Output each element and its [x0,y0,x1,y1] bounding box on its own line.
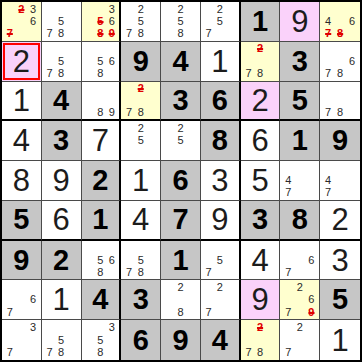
cell-r8c8[interactable]: 2679 [280,280,320,320]
solved-digit: 9 [291,6,308,37]
cell-r2c2[interactable]: 578 [42,42,82,82]
candidate-grid: 35689 [82,2,120,41]
candidate-digit: 5 [95,334,106,347]
cell-r6c1[interactable]: 5 [2,201,42,241]
solved-digit: 4 [132,204,149,235]
cell-r3c5[interactable]: 3 [161,82,201,122]
cell-r2c3[interactable]: 568 [82,42,122,82]
solved-digit: 6 [53,204,70,235]
cell-r3c1[interactable]: 1 [2,82,42,122]
given-digit: 6 [133,326,149,355]
candidate-digit: 8 [254,67,266,79]
eliminated-candidate: 2 [254,321,266,334]
candidate-grid: 28 [161,280,200,319]
candidate-digit: 3 [27,3,39,15]
candidate-digit: 2 [175,122,187,134]
cell-r8c9[interactable]: 5 [320,280,360,320]
cell-r2c5[interactable]: 4 [161,42,201,82]
cell-r1c9[interactable]: 4678 [320,2,360,42]
candidate-digit: 3 [27,321,39,334]
candidate-digit: 7 [282,187,294,199]
candidate-digit: 5 [135,254,147,266]
cell-r9c1[interactable]: 37 [2,320,42,360]
candidate-digit: 6 [306,294,318,306]
candidate-grid: 2679 [280,280,319,319]
given-digit: 1 [92,205,108,234]
cell-r5c1[interactable]: 8 [2,161,42,201]
candidate-grid: 678 [320,42,360,81]
solved-digit: 8 [13,165,30,196]
candidate-digit: 6 [106,55,117,67]
solved-digit: 4 [13,125,30,156]
candidate-digit: 7 [282,306,294,318]
candidate-grid: 578 [42,320,81,360]
candidate-digit: 7 [322,67,334,79]
candidate-digit: 8 [334,67,346,79]
candidate-digit: 6 [106,254,117,266]
cell-r8c2[interactable]: 1 [42,280,82,320]
candidate-digit: 7 [322,106,334,118]
cell-r9c2[interactable]: 578 [42,320,82,360]
cell-r1c1[interactable]: 2367 [2,2,42,42]
candidate-digit: 7 [203,28,214,40]
cell-r4c8[interactable]: 1 [280,121,320,161]
candidate-grid: 37 [2,320,41,360]
candidate-digit: 7 [322,187,334,199]
cell-r4c1[interactable]: 4 [2,121,42,161]
given-digit: 3 [172,86,188,115]
cell-r3c3[interactable]: 89 [82,82,122,122]
cell-r6c2[interactable]: 6 [42,201,82,241]
given-digit: 5 [13,205,29,234]
given-digit: 4 [212,326,228,355]
given-digit: 4 [53,86,69,115]
candidate-grid: 358 [82,320,120,360]
candidate-digit: 7 [123,266,135,278]
candidate-digit: 2 [175,3,187,15]
candidate-digit: 7 [123,106,135,118]
solved-digit: 2 [251,85,268,116]
candidate-digit: 7 [243,346,255,359]
candidate-digit: 2 [294,281,306,293]
eliminated-candidate: 9 [106,28,117,40]
eliminated-candidate: 5 [95,15,106,27]
candidate-digit: 5 [95,55,106,67]
candidate-digit: 6 [346,55,358,67]
candidate-grid: 278 [241,320,280,360]
given-digit: 2 [92,166,108,195]
eliminated-candidate: 7 [322,28,334,40]
given-digit: 6 [212,86,228,115]
cell-r7c1[interactable]: 9 [2,241,42,281]
given-digit: 5 [292,86,308,115]
candidate-digit: 7 [282,346,294,359]
candidate-grid: 258 [161,2,200,41]
cell-r5c4[interactable]: 1 [121,161,161,201]
cell-r4c7[interactable]: 6 [241,121,281,161]
candidate-grid: 278 [241,42,280,81]
cell-r7c6[interactable]: 57 [201,241,241,281]
candidate-grid: 278 [121,82,160,120]
cell-r7c7[interactable]: 4 [241,241,281,281]
cell-r1c3[interactable]: 35689 [82,2,122,42]
cell-r6c9[interactable]: 2 [320,201,360,241]
solved-digit: 9 [211,204,228,235]
candidate-grid: 47 [320,161,360,200]
cell-r3c8[interactable]: 5 [280,82,320,122]
cell-r7c2[interactable]: 2 [42,241,82,281]
given-digit: 3 [292,47,308,76]
given-digit: 1 [252,7,268,36]
candidate-grid: 578 [121,241,160,280]
solved-digit: 3 [211,165,228,196]
cell-r3c2[interactable]: 4 [42,82,82,122]
cell-r7c5[interactable]: 1 [161,241,201,281]
cell-r4c4[interactable]: 25 [121,121,161,161]
candidate-grid: 67 [280,241,319,280]
eliminated-candidate: 2 [254,43,266,55]
candidate-digit: 5 [175,15,187,27]
cell-r6c3[interactable]: 1 [82,201,122,241]
candidate-digit: 4 [322,174,334,186]
cell-r9c3[interactable]: 358 [82,320,122,360]
cell-r6c8[interactable]: 8 [280,201,320,241]
cell-r2c4[interactable]: 9 [121,42,161,82]
solved-digit: 1 [132,165,149,196]
candidate-grid: 27 [201,280,239,319]
candidate-digit: 5 [135,15,147,27]
candidate-digit: 8 [55,28,67,40]
given-digit: 4 [172,47,188,76]
cell-r6c6[interactable]: 9 [201,201,241,241]
candidate-digit: 5 [175,135,187,147]
eliminated-candidate: 8 [334,28,346,40]
candidate-digit: 8 [175,306,187,318]
candidate-digit: 2 [175,281,187,293]
cell-r9c6[interactable]: 4 [201,320,241,360]
candidate-digit: 5 [55,55,67,67]
candidate-digit: 2 [214,281,225,293]
cell-r5c7[interactable]: 5 [241,161,281,201]
cell-r5c3[interactable]: 2 [82,161,122,201]
solved-digit: 2 [13,46,30,77]
candidate-digit: 3 [106,321,117,334]
cell-r5c5[interactable]: 6 [161,161,201,201]
candidate-digit: 8 [95,67,106,79]
candidate-digit: 2 [294,321,306,334]
cell-r2c1[interactable]: 2 [2,42,42,82]
candidate-grid: 67 [2,280,41,319]
candidate-digit: 6 [106,15,117,27]
cell-r1c7[interactable]: 1 [241,2,281,42]
candidate-grid: 47 [280,161,319,200]
cell-r2c6[interactable]: 1 [201,42,241,82]
cell-r8c7[interactable]: 9 [241,280,281,320]
candidate-digit: 7 [243,67,255,79]
candidate-digit: 7 [4,306,16,318]
cell-r4c2[interactable]: 3 [42,121,82,161]
cell-r6c7[interactable]: 3 [241,201,281,241]
cell-r3c9[interactable]: 78 [320,82,360,122]
cell-r4c5[interactable]: 25 [161,121,201,161]
eliminated-candidate: 8 [95,28,106,40]
solved-digit: 1 [211,46,228,77]
candidate-digit: 8 [95,346,106,359]
candidate-digit: 8 [334,106,346,118]
candidate-grid: 27 [280,320,319,360]
candidate-grid: 257 [201,2,239,41]
given-digit: 9 [13,246,29,275]
solved-digit: 1 [331,325,348,356]
candidate-digit: 8 [135,28,147,40]
candidate-digit: 2 [135,3,147,15]
given-digit: 7 [172,205,188,234]
candidate-grid: 578 [42,2,81,41]
candidate-digit: 5 [55,334,67,347]
given-digit: 5 [332,285,348,314]
candidate-digit: 7 [282,266,294,278]
cell-r6c5[interactable]: 7 [161,201,201,241]
candidate-digit: 7 [203,266,214,278]
candidate-grid: 25 [121,121,160,160]
solved-digit: 7 [92,125,109,156]
eliminated-candidate: 2 [135,83,147,95]
cell-r8c6[interactable]: 27 [201,280,241,320]
candidate-digit: 8 [55,346,67,359]
solved-digit: 9 [251,284,268,315]
candidate-digit: 6 [306,254,318,266]
eliminated-candidate: 2 [16,3,28,15]
given-digit: 9 [133,47,149,76]
cell-r9c7[interactable]: 278 [241,320,281,360]
candidate-digit: 8 [55,67,67,79]
given-digit: 8 [212,126,228,155]
cell-r4c9[interactable]: 9 [320,121,360,161]
candidate-digit: 8 [95,106,106,118]
candidate-grid: 568 [82,42,120,81]
given-digit: 1 [292,126,308,155]
cell-r1c6[interactable]: 257 [201,2,241,42]
solved-digit: 1 [13,85,30,116]
cell-r7c4[interactable]: 578 [121,241,161,281]
candidate-digit: 5 [55,15,67,27]
sudoku-board: 2367578356892578258257194678257856894127… [0,0,362,362]
candidate-digit: 8 [254,346,266,359]
solved-digit: 5 [251,165,268,196]
cell-r4c6[interactable]: 8 [201,121,241,161]
candidate-digit: 2 [214,3,225,15]
cell-r1c4[interactable]: 2578 [121,2,161,42]
solved-digit: 3 [331,245,348,276]
cell-r1c2[interactable]: 578 [42,2,82,42]
eliminated-candidate: 7 [4,28,16,40]
solved-digit: 6 [251,125,268,156]
solved-digit: 2 [331,204,348,235]
candidate-digit: 7 [44,67,56,79]
cell-r9c8[interactable]: 27 [280,320,320,360]
cell-r4c3[interactable]: 7 [82,121,122,161]
cell-r3c6[interactable]: 6 [201,82,241,122]
cell-r1c8[interactable]: 9 [280,2,320,42]
candidate-digit: 9 [106,106,117,118]
candidate-grid: 57 [201,241,239,280]
cell-r2c7[interactable]: 278 [241,42,281,82]
given-digit: 4 [92,285,108,314]
given-digit: 9 [332,126,348,155]
solved-digit: 9 [53,165,70,196]
given-digit: 3 [252,205,268,234]
given-digit: 3 [53,126,69,155]
candidate-digit: 4 [322,15,334,27]
candidate-digit: 7 [123,28,135,40]
candidate-digit: 6 [27,294,39,306]
cell-r5c9[interactable]: 47 [320,161,360,201]
cell-r3c7[interactable]: 2 [241,82,281,122]
candidate-grid: 78 [320,82,360,120]
cell-r8c3[interactable]: 4 [82,280,122,320]
candidate-digit: 6 [27,15,39,27]
candidate-grid: 4678 [320,2,360,41]
cell-r1c5[interactable]: 258 [161,2,201,42]
cell-r5c2[interactable]: 9 [42,161,82,201]
cell-r8c5[interactable]: 28 [161,280,201,320]
candidate-digit: 7 [4,346,16,359]
candidate-digit: 5 [214,254,225,266]
given-digit: 8 [292,205,308,234]
candidate-digit: 8 [135,266,147,278]
candidate-digit: 4 [282,174,294,186]
given-digit: 9 [172,326,188,355]
cell-r9c9[interactable]: 1 [320,320,360,360]
candidate-digit: 7 [44,28,56,40]
candidate-digit: 2 [135,122,147,134]
given-digit: 3 [133,285,149,314]
given-digit: 6 [172,166,188,195]
cell-r7c3[interactable]: 568 [82,241,122,281]
cell-r9c4[interactable]: 6 [121,320,161,360]
cell-r8c1[interactable]: 67 [2,280,42,320]
cell-r8c4[interactable]: 3 [121,280,161,320]
cell-r7c8[interactable]: 67 [280,241,320,281]
candidate-grid: 89 [82,82,120,120]
cell-r9c5[interactable]: 9 [161,320,201,360]
candidate-digit: 7 [44,346,56,359]
candidate-digit: 8 [135,106,147,118]
candidate-grid: 578 [42,42,81,81]
cell-r2c9[interactable]: 678 [320,42,360,82]
candidate-digit: 6 [346,15,358,27]
candidate-grid: 2367 [2,2,41,41]
given-digit: 1 [172,246,188,275]
eliminated-candidate: 9 [306,306,318,318]
cell-r2c8[interactable]: 3 [280,42,320,82]
cell-r3c4[interactable]: 278 [121,82,161,122]
cell-r5c6[interactable]: 3 [201,161,241,201]
candidate-digit: 5 [135,135,147,147]
candidate-digit: 3 [106,3,117,15]
candidate-grid: 25 [161,121,200,160]
cell-r6c4[interactable]: 4 [121,201,161,241]
given-digit: 2 [53,246,69,275]
solved-digit: 1 [53,284,70,315]
candidate-digit: 8 [95,266,106,278]
cell-r5c8[interactable]: 47 [280,161,320,201]
candidate-grid: 568 [82,241,120,280]
candidate-digit: 5 [214,15,225,27]
candidate-digit: 5 [95,254,106,266]
candidate-grid: 2578 [121,2,160,41]
candidate-digit: 8 [175,28,187,40]
candidate-digit: 7 [203,306,214,318]
cell-r7c9[interactable]: 3 [320,241,360,281]
solved-digit: 4 [251,245,268,276]
